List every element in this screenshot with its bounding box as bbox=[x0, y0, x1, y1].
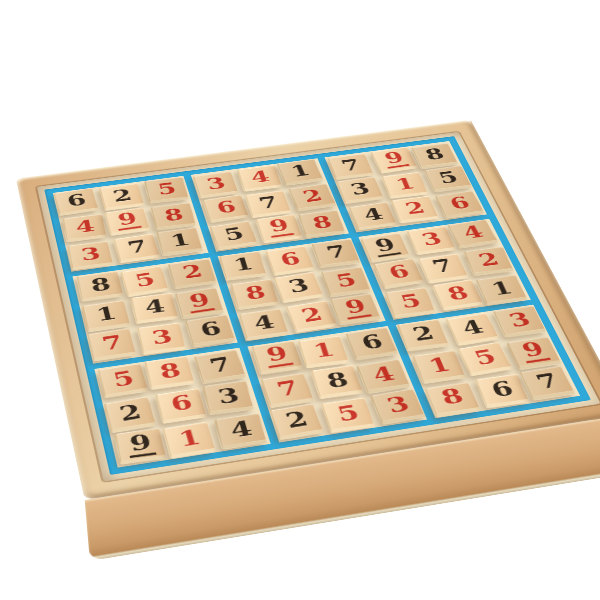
tile-digit: 8 bbox=[158, 361, 183, 382]
tile-digit: 2 bbox=[181, 263, 205, 282]
tile-r9c9[interactable]: 7 bbox=[519, 366, 576, 401]
block-3: 798315426 bbox=[325, 141, 487, 232]
tile-digit: 8 bbox=[163, 206, 186, 224]
tile-digit: 4 bbox=[251, 313, 276, 333]
tile-r6c3[interactable]: 6 bbox=[185, 314, 237, 347]
tile-digit: 4 bbox=[361, 206, 386, 224]
tile-r6c4[interactable]: 4 bbox=[238, 309, 289, 341]
tile-digit: 1 bbox=[289, 162, 313, 179]
tile-digit: 3 bbox=[419, 230, 444, 248]
tile-r9c5[interactable]: 5 bbox=[320, 397, 375, 433]
tile-r9c7[interactable]: 8 bbox=[424, 382, 480, 418]
tile-digit: 2 bbox=[299, 305, 325, 325]
tile-r1c5[interactable]: 4 bbox=[237, 165, 283, 192]
tile-digit: 3 bbox=[286, 276, 312, 296]
tile-digit: 3 bbox=[384, 393, 413, 416]
tile-digit: 1 bbox=[393, 176, 417, 193]
tile-r7c6[interactable]: 6 bbox=[345, 327, 399, 361]
tile-r7c7[interactable]: 2 bbox=[397, 319, 450, 352]
tile-r6c2[interactable]: 3 bbox=[137, 323, 187, 356]
tile-r8c3[interactable]: 3 bbox=[202, 380, 254, 415]
block-5: 167835429 bbox=[217, 238, 386, 342]
tile-digit: 7 bbox=[430, 258, 456, 277]
tile-r3c1[interactable]: 3 bbox=[67, 241, 113, 271]
tile-digit: 2 bbox=[301, 187, 326, 205]
tile-digit: 1 bbox=[95, 304, 119, 324]
grid-bed: 6254983713416725987983154268521497361678… bbox=[37, 132, 600, 481]
block-6: 934672581 bbox=[359, 219, 531, 320]
tile-digit: 9 bbox=[186, 290, 216, 313]
tile-r1c2[interactable]: 2 bbox=[99, 183, 145, 211]
tile-r2c9[interactable]: 5 bbox=[423, 165, 472, 192]
tile-r6c7[interactable]: 5 bbox=[385, 287, 437, 318]
tile-digit: 2 bbox=[117, 401, 143, 424]
block-1: 625498371 bbox=[53, 176, 208, 272]
tile-r4c9[interactable]: 4 bbox=[447, 219, 499, 249]
tile-r7c1[interactable]: 5 bbox=[97, 363, 149, 398]
tile-digit: 1 bbox=[311, 340, 337, 361]
tile-r4c7[interactable]: 9 bbox=[360, 233, 411, 263]
tile-digit: 7 bbox=[274, 377, 301, 399]
tile-digit: 5 bbox=[334, 402, 361, 425]
tile-digit: 2 bbox=[403, 200, 428, 217]
tile-digit: 5 bbox=[470, 346, 499, 367]
tile-r3c4[interactable]: 5 bbox=[209, 221, 258, 251]
tile-digit: 3 bbox=[150, 327, 174, 348]
tile-digit: 6 bbox=[386, 262, 413, 281]
tile-digit: 3 bbox=[204, 175, 227, 192]
tile-r9c2[interactable]: 1 bbox=[162, 421, 216, 459]
tile-digit: 5 bbox=[111, 368, 137, 390]
tile-r4c8[interactable]: 3 bbox=[406, 226, 456, 255]
tile-digit: 5 bbox=[133, 270, 158, 290]
tile-r1c3[interactable]: 5 bbox=[144, 177, 189, 204]
tile-digit: 8 bbox=[243, 283, 268, 302]
tile-digit: 7 bbox=[324, 243, 349, 261]
tile-r7c3[interactable]: 7 bbox=[194, 350, 247, 385]
tile-digit: 8 bbox=[324, 369, 351, 391]
tile-r8c7[interactable]: 1 bbox=[412, 350, 467, 384]
tile-r9c1[interactable]: 9 bbox=[114, 428, 166, 465]
tile-r8c2[interactable]: 6 bbox=[155, 388, 208, 424]
tile-digit: 7 bbox=[533, 370, 562, 392]
tile-digit: 6 bbox=[278, 250, 303, 269]
wooden-frame: 6254983713416725987983154268521497361678… bbox=[16, 120, 600, 500]
tile-r9c4[interactable]: 2 bbox=[269, 403, 324, 440]
tile-r1c8[interactable]: 9 bbox=[370, 147, 418, 174]
scene: 6254983713416725987983154268521497361678… bbox=[0, 0, 600, 600]
tile-r4c5[interactable]: 6 bbox=[265, 246, 315, 276]
tile-r1c1[interactable]: 6 bbox=[53, 188, 99, 216]
tile-r5c3[interactable]: 9 bbox=[175, 287, 225, 319]
tile-digit: 9 bbox=[265, 217, 294, 238]
tile-r7c9[interactable]: 3 bbox=[492, 306, 546, 338]
tile-digit: 1 bbox=[177, 426, 204, 449]
tile-r6c9[interactable]: 1 bbox=[475, 275, 528, 306]
tile-r4c3[interactable]: 2 bbox=[168, 259, 217, 290]
tile-r5c5[interactable]: 3 bbox=[273, 272, 324, 304]
tile-r8c1[interactable]: 2 bbox=[103, 396, 156, 433]
tile-digit: 9 bbox=[126, 431, 156, 458]
tile-r1c9[interactable]: 8 bbox=[411, 143, 459, 169]
tile-r2c5[interactable]: 7 bbox=[244, 191, 291, 219]
tile-digit: 6 bbox=[359, 332, 386, 353]
sudoku-board: 6254983713416725987983154268521497361678… bbox=[44, 136, 591, 475]
tile-digit: 1 bbox=[169, 231, 192, 249]
tile-r8c8[interactable]: 5 bbox=[457, 342, 513, 377]
tile-digit: 4 bbox=[370, 363, 398, 385]
tile-digit: 9 bbox=[114, 210, 141, 231]
tile-r3c2[interactable]: 7 bbox=[113, 234, 161, 264]
tile-digit: 6 bbox=[447, 195, 473, 213]
tile-r5c8[interactable]: 7 bbox=[417, 254, 469, 284]
tile-r4c6[interactable]: 7 bbox=[311, 239, 360, 268]
tile-digit: 1 bbox=[488, 279, 515, 298]
tile-r8c6[interactable]: 4 bbox=[356, 359, 411, 394]
tile-digit: 6 bbox=[198, 319, 224, 340]
tile-r3c7[interactable]: 4 bbox=[349, 202, 399, 231]
tile-r2c7[interactable]: 3 bbox=[336, 177, 384, 205]
tile-r5c1[interactable]: 1 bbox=[82, 300, 131, 332]
tile-digit: 8 bbox=[438, 387, 466, 409]
tile-digit: 5 bbox=[222, 225, 247, 243]
tile-digit: 3 bbox=[348, 180, 372, 197]
tile-digit: 8 bbox=[444, 284, 471, 304]
tile-digit: 3 bbox=[80, 245, 103, 264]
tile-digit: 6 bbox=[214, 199, 238, 217]
tile-r3c3[interactable]: 1 bbox=[157, 227, 204, 256]
tile-digit: 6 bbox=[488, 378, 516, 400]
block-7: 587263914 bbox=[94, 348, 270, 468]
tile-r6c8[interactable]: 8 bbox=[431, 279, 484, 311]
tile-r6c1[interactable]: 7 bbox=[87, 328, 137, 362]
block-4: 852149736 bbox=[72, 257, 237, 364]
tile-digit: 9 bbox=[517, 339, 551, 363]
tile-r1c6[interactable]: 1 bbox=[277, 159, 325, 186]
tile-r2c4[interactable]: 6 bbox=[202, 195, 250, 224]
tile-digit: 4 bbox=[143, 297, 167, 317]
tile-r4c2[interactable]: 5 bbox=[120, 266, 170, 297]
tile-digit: 4 bbox=[229, 418, 255, 441]
tile-r5c9[interactable]: 2 bbox=[463, 247, 514, 277]
tile-r3c9[interactable]: 6 bbox=[435, 191, 485, 219]
tile-digit: 6 bbox=[169, 393, 195, 415]
tile-r2c6[interactable]: 2 bbox=[288, 184, 337, 212]
tile-digit: 4 bbox=[458, 318, 486, 339]
tile-digit: 2 bbox=[411, 324, 438, 344]
tile-r5c2[interactable]: 4 bbox=[130, 293, 178, 324]
tile-digit: 8 bbox=[423, 147, 447, 163]
tile-r4c4[interactable]: 1 bbox=[218, 251, 266, 281]
tile-r2c1[interactable]: 4 bbox=[62, 214, 107, 242]
tile-r9c6[interactable]: 3 bbox=[370, 388, 427, 425]
tile-digit: 2 bbox=[111, 187, 133, 204]
tile-r6c5[interactable]: 2 bbox=[285, 300, 338, 333]
tile-r3c8[interactable]: 2 bbox=[390, 196, 439, 224]
tile-digit: 9 bbox=[380, 149, 409, 168]
block-2: 341672598 bbox=[190, 158, 349, 251]
tile-digit: 4 bbox=[460, 223, 486, 241]
tile-digit: 9 bbox=[262, 344, 293, 368]
tile-r7c2[interactable]: 8 bbox=[144, 356, 195, 390]
tile-digit: 9 bbox=[341, 296, 372, 319]
tile-r7c5[interactable]: 1 bbox=[298, 336, 350, 369]
tile-r6c6[interactable]: 9 bbox=[330, 294, 382, 326]
tile-r9c8[interactable]: 6 bbox=[474, 374, 530, 409]
tile-digit: 5 bbox=[398, 291, 424, 311]
tile-digit: 3 bbox=[216, 385, 242, 407]
tile-r5c6[interactable]: 5 bbox=[321, 267, 372, 298]
tile-r4c1[interactable]: 8 bbox=[76, 271, 124, 302]
tile-digit: 2 bbox=[283, 408, 311, 431]
tile-digit: 9 bbox=[371, 235, 402, 256]
sudoku-tray: 6254983713416725987983154268521497361678… bbox=[16, 120, 600, 500]
tile-r7c4[interactable]: 9 bbox=[251, 341, 304, 375]
tile-r8c4[interactable]: 7 bbox=[260, 373, 314, 408]
tile-r2c3[interactable]: 8 bbox=[151, 203, 197, 231]
tile-r5c4[interactable]: 8 bbox=[230, 279, 280, 310]
tile-r8c5[interactable]: 8 bbox=[310, 365, 363, 399]
tile-digit: 7 bbox=[100, 333, 125, 354]
tile-digit: 6 bbox=[65, 192, 88, 210]
tile-digit: 5 bbox=[156, 180, 178, 197]
tile-r7c8[interactable]: 4 bbox=[445, 313, 500, 346]
tile-digit: 5 bbox=[334, 271, 359, 290]
tile-r1c7[interactable]: 7 bbox=[327, 154, 374, 181]
tile-digit: 7 bbox=[257, 194, 280, 211]
tile-r2c8[interactable]: 1 bbox=[381, 172, 429, 199]
tile-r9c3[interactable]: 4 bbox=[214, 413, 268, 449]
tile-digit: 2 bbox=[476, 250, 502, 269]
tile-r8c9[interactable]: 9 bbox=[506, 336, 562, 370]
block-8: 916784253 bbox=[247, 326, 427, 442]
tile-digit: 7 bbox=[339, 157, 363, 174]
tile-digit: 8 bbox=[310, 214, 334, 232]
tile-r3c5[interactable]: 9 bbox=[255, 214, 304, 243]
tile-digit: 1 bbox=[231, 255, 255, 274]
tile-digit: 7 bbox=[208, 354, 234, 376]
tile-digit: 3 bbox=[506, 310, 534, 330]
tile-digit: 7 bbox=[126, 238, 150, 257]
tile-digit: 4 bbox=[249, 169, 272, 186]
tile-digit: 1 bbox=[426, 354, 454, 375]
tile-r2c2[interactable]: 9 bbox=[104, 207, 151, 236]
block-9: 243159867 bbox=[396, 305, 580, 418]
tile-digit: 5 bbox=[436, 169, 461, 186]
tile-digit: 4 bbox=[74, 218, 96, 236]
tile-digit: 8 bbox=[89, 275, 112, 294]
tile-r3c6[interactable]: 8 bbox=[298, 210, 346, 238]
tile-r5c7[interactable]: 6 bbox=[373, 258, 425, 289]
